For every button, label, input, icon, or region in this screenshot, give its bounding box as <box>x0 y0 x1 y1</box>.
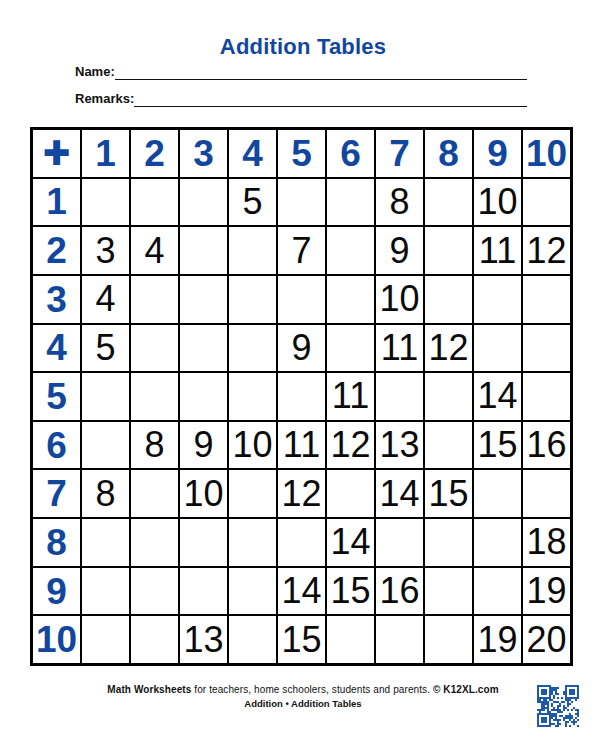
cell-1-plus-4[interactable]: 5 <box>229 179 276 226</box>
row-header-1: 1 <box>33 179 80 226</box>
col-header-6: 6 <box>327 130 374 177</box>
cell-3-plus-2[interactable] <box>131 276 178 323</box>
cell-8-plus-4[interactable] <box>229 519 276 566</box>
cell-4-plus-9[interactable] <box>474 325 521 372</box>
cell-5-plus-3[interactable] <box>180 373 227 420</box>
col-header-9: 9 <box>474 130 521 177</box>
cell-3-plus-7[interactable]: 10 <box>376 276 423 323</box>
cell-8-plus-10[interactable]: 18 <box>523 519 570 566</box>
cell-4-plus-1[interactable]: 5 <box>82 325 129 372</box>
cell-5-plus-1[interactable] <box>82 373 129 420</box>
cell-5-plus-5[interactable] <box>278 373 325 420</box>
row-header-5: 5 <box>33 373 80 420</box>
col-header-1: 1 <box>82 130 129 177</box>
cell-8-plus-9[interactable] <box>474 519 521 566</box>
cell-4-plus-7[interactable]: 11 <box>376 325 423 372</box>
cell-2-plus-3[interactable] <box>180 227 227 274</box>
cell-8-plus-1[interactable] <box>82 519 129 566</box>
cell-3-plus-3[interactable] <box>180 276 227 323</box>
cell-9-plus-3[interactable] <box>180 568 227 615</box>
footer-copyright: © K12XL.com <box>433 684 499 695</box>
footer-credit-text: for teachers, home schoolers, students a… <box>191 684 433 695</box>
cell-9-plus-6[interactable]: 15 <box>327 568 374 615</box>
cell-10-plus-9[interactable]: 19 <box>474 616 521 663</box>
cell-10-plus-4[interactable] <box>229 616 276 663</box>
cell-10-plus-6[interactable] <box>327 616 374 663</box>
cell-4-plus-8[interactable]: 12 <box>425 325 472 372</box>
cell-3-plus-1[interactable]: 4 <box>82 276 129 323</box>
cell-4-plus-3[interactable] <box>180 325 227 372</box>
cell-2-plus-8[interactable] <box>425 227 472 274</box>
cell-2-plus-9[interactable]: 11 <box>474 227 521 274</box>
remarks-fill-line[interactable] <box>134 92 527 107</box>
cell-5-plus-2[interactable] <box>131 373 178 420</box>
qr-code-icon <box>537 685 579 727</box>
footer-credit-brand: Math Worksheets <box>107 684 191 695</box>
cell-10-plus-2[interactable] <box>131 616 178 663</box>
cell-3-plus-10[interactable] <box>523 276 570 323</box>
col-header-8: 8 <box>425 130 472 177</box>
row-header-6: 6 <box>33 422 80 469</box>
cell-10-plus-8[interactable] <box>425 616 472 663</box>
cell-6-plus-4[interactable]: 10 <box>229 422 276 469</box>
cell-9-plus-7[interactable]: 16 <box>376 568 423 615</box>
cell-5-plus-6[interactable]: 11 <box>327 373 374 420</box>
name-fill-line[interactable] <box>115 65 527 80</box>
footer: Math Worksheets for teachers, home schoo… <box>0 684 606 709</box>
cell-7-plus-6[interactable] <box>327 470 374 517</box>
row-header-10: 10 <box>33 616 80 663</box>
row-header-2: 2 <box>33 227 80 274</box>
cell-2-plus-5[interactable]: 7 <box>278 227 325 274</box>
cell-4-plus-5[interactable]: 9 <box>278 325 325 372</box>
remarks-line: Remarks: <box>75 91 527 107</box>
cell-3-plus-9[interactable] <box>474 276 521 323</box>
cell-2-plus-7[interactable]: 9 <box>376 227 423 274</box>
cell-10-plus-3[interactable]: 13 <box>180 616 227 663</box>
cell-10-plus-5[interactable]: 15 <box>278 616 325 663</box>
cell-2-plus-4[interactable] <box>229 227 276 274</box>
cell-9-plus-1[interactable] <box>82 568 129 615</box>
cell-2-plus-6[interactable] <box>327 227 374 274</box>
cell-7-plus-4[interactable] <box>229 470 276 517</box>
cell-1-plus-5[interactable] <box>278 179 325 226</box>
col-header-7: 7 <box>376 130 423 177</box>
cell-2-plus-10[interactable]: 12 <box>523 227 570 274</box>
cell-3-plus-4[interactable] <box>229 276 276 323</box>
cell-9-plus-8[interactable] <box>425 568 472 615</box>
cell-6-plus-2[interactable]: 8 <box>131 422 178 469</box>
cell-10-plus-1[interactable] <box>82 616 129 663</box>
cell-9-plus-10[interactable]: 19 <box>523 568 570 615</box>
cell-1-plus-9[interactable]: 10 <box>474 179 521 226</box>
cell-1-plus-10[interactable] <box>523 179 570 226</box>
cell-5-plus-4[interactable] <box>229 373 276 420</box>
cell-6-plus-10[interactable]: 16 <box>523 422 570 469</box>
cell-5-plus-10[interactable] <box>523 373 570 420</box>
footer-breadcrumb: Addition • Addition Tables <box>0 698 606 709</box>
cell-6-plus-6[interactable]: 12 <box>327 422 374 469</box>
cell-6-plus-7[interactable]: 13 <box>376 422 423 469</box>
cell-7-plus-8[interactable]: 15 <box>425 470 472 517</box>
name-line: Name: <box>75 64 527 80</box>
name-label: Name: <box>75 64 115 80</box>
row-header-8: 8 <box>33 519 80 566</box>
page-title: Addition Tables <box>0 34 606 60</box>
row-header-3: 3 <box>33 276 80 323</box>
cell-7-plus-3[interactable]: 10 <box>180 470 227 517</box>
worksheet-page: Addition Tables Name: Remarks: +12345678… <box>0 0 606 750</box>
cell-1-plus-2[interactable] <box>131 179 178 226</box>
cell-1-plus-7[interactable]: 8 <box>376 179 423 226</box>
cell-6-plus-1[interactable] <box>82 422 129 469</box>
cell-7-plus-10[interactable] <box>523 470 570 517</box>
cell-1-plus-6[interactable] <box>327 179 374 226</box>
cell-5-plus-9[interactable]: 14 <box>474 373 521 420</box>
cell-9-plus-9[interactable] <box>474 568 521 615</box>
col-header-2: 2 <box>131 130 178 177</box>
cell-8-plus-5[interactable] <box>278 519 325 566</box>
cell-8-plus-2[interactable] <box>131 519 178 566</box>
col-header-10: 10 <box>523 130 570 177</box>
cell-5-plus-8[interactable] <box>425 373 472 420</box>
cell-7-plus-7[interactable]: 14 <box>376 470 423 517</box>
cell-9-plus-2[interactable] <box>131 568 178 615</box>
remarks-label: Remarks: <box>75 91 134 107</box>
cell-1-plus-3[interactable] <box>180 179 227 226</box>
row-header-4: 4 <box>33 325 80 372</box>
cell-6-plus-5[interactable]: 11 <box>278 422 325 469</box>
cell-1-plus-1[interactable] <box>82 179 129 226</box>
cell-2-plus-1[interactable]: 3 <box>82 227 129 274</box>
cell-1-plus-8[interactable] <box>425 179 472 226</box>
col-header-4: 4 <box>229 130 276 177</box>
cell-3-plus-8[interactable] <box>425 276 472 323</box>
cell-4-plus-4[interactable] <box>229 325 276 372</box>
cell-10-plus-10[interactable]: 20 <box>523 616 570 663</box>
cell-5-plus-7[interactable] <box>376 373 423 420</box>
cell-8-plus-8[interactable] <box>425 519 472 566</box>
cell-4-plus-10[interactable] <box>523 325 570 372</box>
col-header-3: 3 <box>180 130 227 177</box>
cell-9-plus-5[interactable]: 14 <box>278 568 325 615</box>
cell-7-plus-2[interactable] <box>131 470 178 517</box>
cell-6-plus-8[interactable] <box>425 422 472 469</box>
cell-6-plus-3[interactable]: 9 <box>180 422 227 469</box>
operator-plus-cell: + <box>33 130 80 177</box>
footer-credit: Math Worksheets for teachers, home schoo… <box>0 684 606 695</box>
cell-2-plus-2[interactable]: 4 <box>131 227 178 274</box>
cell-3-plus-5[interactable] <box>278 276 325 323</box>
cell-7-plus-1[interactable]: 8 <box>82 470 129 517</box>
addition-table-grid: +123456789101581023479111234104591112511… <box>30 127 573 666</box>
row-header-9: 9 <box>33 568 80 615</box>
cell-3-plus-6[interactable] <box>327 276 374 323</box>
cell-10-plus-7[interactable] <box>376 616 423 663</box>
cell-8-plus-7[interactable] <box>376 519 423 566</box>
col-header-5: 5 <box>278 130 325 177</box>
cell-4-plus-6[interactable] <box>327 325 374 372</box>
cell-8-plus-6[interactable]: 14 <box>327 519 374 566</box>
cell-7-plus-9[interactable] <box>474 470 521 517</box>
row-header-7: 7 <box>33 470 80 517</box>
cell-7-plus-5[interactable]: 12 <box>278 470 325 517</box>
cell-9-plus-4[interactable] <box>229 568 276 615</box>
cell-8-plus-3[interactable] <box>180 519 227 566</box>
cell-6-plus-9[interactable]: 15 <box>474 422 521 469</box>
cell-4-plus-2[interactable] <box>131 325 178 372</box>
